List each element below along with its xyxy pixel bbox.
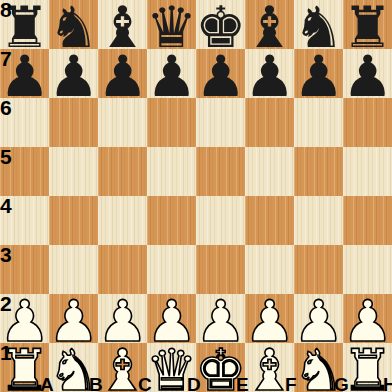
- file-label-b: B: [89, 375, 103, 392]
- square-h7[interactable]: ♟: [343, 49, 392, 98]
- square-f8[interactable]: ♝: [245, 0, 294, 49]
- square-a3[interactable]: 3: [0, 245, 49, 294]
- square-b3[interactable]: [49, 245, 98, 294]
- square-f4[interactable]: [245, 196, 294, 245]
- rank-label-3: 3: [0, 244, 12, 265]
- file-label-e: E: [236, 375, 249, 392]
- square-d8[interactable]: ♛: [147, 0, 196, 49]
- square-b8[interactable]: ♞: [49, 0, 98, 49]
- square-c2[interactable]: ♟: [98, 294, 147, 343]
- file-label-h: H: [383, 375, 392, 392]
- file-label-g: G: [334, 375, 349, 392]
- square-e2[interactable]: ♟: [196, 294, 245, 343]
- square-b5[interactable]: [49, 147, 98, 196]
- square-h5[interactable]: [343, 147, 392, 196]
- square-e3[interactable]: [196, 245, 245, 294]
- rank-label-6: 6: [0, 97, 12, 118]
- chess-board: 8♜♞♝♛♚♝♞♜7♟♟♟♟♟♟♟♟65432♟♟♟♟♟♟♟♟1A♜B♞C♝D♛…: [0, 0, 392, 392]
- square-c3[interactable]: [98, 245, 147, 294]
- square-g1[interactable]: G♞: [294, 343, 343, 392]
- piece-black-pawn[interactable]: ♟: [244, 48, 295, 105]
- square-b1[interactable]: B♞: [49, 343, 98, 392]
- square-c7[interactable]: ♟: [98, 49, 147, 98]
- square-d2[interactable]: ♟: [147, 294, 196, 343]
- square-c8[interactable]: ♝: [98, 0, 147, 49]
- square-a8[interactable]: 8♜: [0, 0, 49, 49]
- rank-label-1: 1: [0, 342, 12, 363]
- square-g4[interactable]: [294, 196, 343, 245]
- square-e5[interactable]: [196, 147, 245, 196]
- rank-label-4: 4: [0, 195, 12, 216]
- piece-black-pawn[interactable]: ♟: [293, 48, 344, 105]
- square-a4[interactable]: 4: [0, 196, 49, 245]
- square-b2[interactable]: ♟: [49, 294, 98, 343]
- piece-black-pawn[interactable]: ♟: [146, 48, 197, 105]
- square-f5[interactable]: [245, 147, 294, 196]
- piece-black-pawn[interactable]: ♟: [48, 48, 99, 105]
- rank-label-7: 7: [0, 48, 12, 69]
- square-e4[interactable]: [196, 196, 245, 245]
- square-f1[interactable]: F♝: [245, 343, 294, 392]
- square-c1[interactable]: C♝: [98, 343, 147, 392]
- square-c4[interactable]: [98, 196, 147, 245]
- square-a5[interactable]: 5: [0, 147, 49, 196]
- rank-label-2: 2: [0, 293, 12, 314]
- square-g8[interactable]: ♞: [294, 0, 343, 49]
- piece-black-pawn[interactable]: ♟: [97, 48, 148, 105]
- square-b4[interactable]: [49, 196, 98, 245]
- square-c5[interactable]: [98, 147, 147, 196]
- file-label-f: F: [285, 375, 297, 392]
- square-e7[interactable]: ♟: [196, 49, 245, 98]
- piece-black-pawn[interactable]: ♟: [342, 48, 392, 105]
- square-a7[interactable]: 7♟: [0, 49, 49, 98]
- file-label-c: C: [138, 375, 152, 392]
- square-b7[interactable]: ♟: [49, 49, 98, 98]
- square-f3[interactable]: [245, 245, 294, 294]
- square-e8[interactable]: ♚: [196, 0, 245, 49]
- square-d4[interactable]: [147, 196, 196, 245]
- square-h4[interactable]: [343, 196, 392, 245]
- square-h2[interactable]: ♟: [343, 294, 392, 343]
- rank-label-5: 5: [0, 146, 12, 167]
- square-g5[interactable]: [294, 147, 343, 196]
- square-d5[interactable]: [147, 147, 196, 196]
- square-d7[interactable]: ♟: [147, 49, 196, 98]
- square-f2[interactable]: ♟: [245, 294, 294, 343]
- square-f7[interactable]: ♟: [245, 49, 294, 98]
- square-e1[interactable]: E♚: [196, 343, 245, 392]
- square-a1[interactable]: 1A♜: [0, 343, 49, 392]
- square-h1[interactable]: H♜: [343, 343, 392, 392]
- square-h8[interactable]: ♜: [343, 0, 392, 49]
- square-d3[interactable]: [147, 245, 196, 294]
- square-h3[interactable]: [343, 245, 392, 294]
- square-g7[interactable]: ♟: [294, 49, 343, 98]
- square-g2[interactable]: ♟: [294, 294, 343, 343]
- square-a2[interactable]: 2♟: [0, 294, 49, 343]
- file-label-a: A: [40, 375, 54, 392]
- rank-label-8: 8: [0, 0, 12, 20]
- piece-black-pawn[interactable]: ♟: [195, 48, 246, 105]
- square-g3[interactable]: [294, 245, 343, 294]
- square-d1[interactable]: D♛: [147, 343, 196, 392]
- file-label-d: D: [187, 375, 201, 392]
